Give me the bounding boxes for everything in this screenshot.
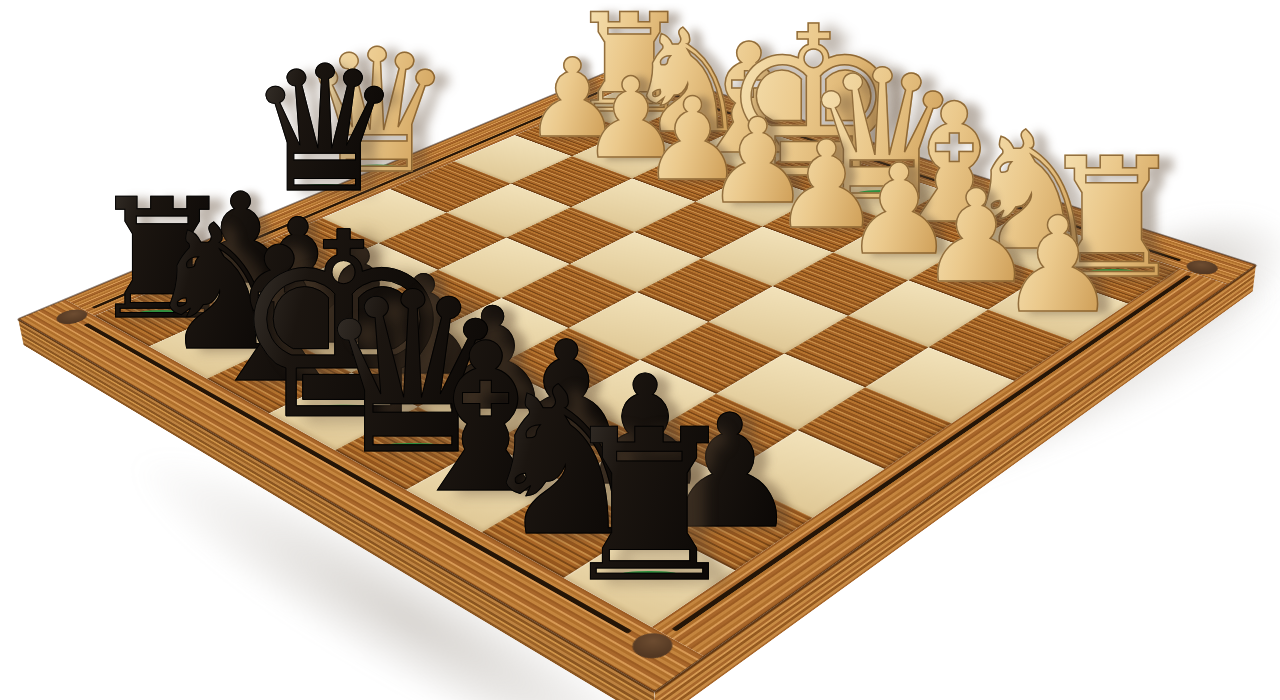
chess-scene: ♜♞♟♝♟♛♚♟♛♛♟♝♟♞♟♜♟♟♟♟♜♟♞♟♝♟♚♟♛♟♝♟♞♜ bbox=[0, 0, 1280, 700]
piece-black-rook[interactable]: ♜ bbox=[545, 402, 755, 612]
pawn-icon: ♟ bbox=[992, 199, 1124, 331]
pieces-layer: ♜♞♟♝♟♛♚♟♛♛♟♝♟♞♟♜♟♟♟♟♜♟♞♟♝♟♚♟♛♟♝♟♞♜ bbox=[0, 0, 1280, 700]
piece-white-pawn[interactable]: ♟ bbox=[992, 199, 1124, 331]
rook-icon: ♜ bbox=[545, 402, 755, 612]
